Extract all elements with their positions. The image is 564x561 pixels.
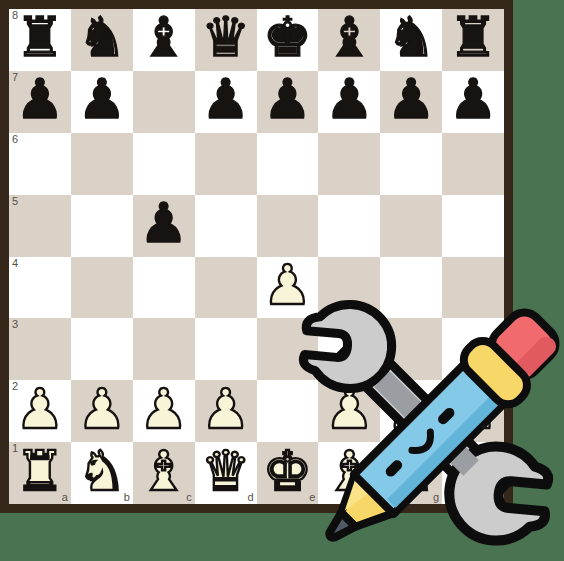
square-a5[interactable]: 5: [9, 195, 71, 257]
square-g7[interactable]: ♟: [380, 71, 442, 133]
black-bishop[interactable]: ♝: [139, 7, 188, 68]
square-b5[interactable]: [71, 195, 133, 257]
black-pawn[interactable]: ♟: [77, 69, 126, 130]
wrench-pencil-sticker: [278, 288, 564, 561]
wrench-open-end-top: [301, 301, 395, 392]
square-h8[interactable]: ♜: [442, 9, 504, 71]
square-g5[interactable]: [380, 195, 442, 257]
square-f5[interactable]: [318, 195, 380, 257]
square-d4[interactable]: [195, 257, 257, 319]
white-knight[interactable]: ♞: [77, 441, 126, 502]
rank-label: 3: [12, 319, 18, 330]
rank-label: 5: [12, 196, 18, 207]
square-d3[interactable]: [195, 318, 257, 380]
square-b1[interactable]: b♞: [71, 442, 133, 504]
square-c4[interactable]: [133, 257, 195, 319]
square-f7[interactable]: ♟: [318, 71, 380, 133]
square-b3[interactable]: [71, 318, 133, 380]
square-b6[interactable]: [71, 133, 133, 195]
square-c1[interactable]: c♝: [133, 442, 195, 504]
square-g6[interactable]: [380, 133, 442, 195]
black-pawn[interactable]: ♟: [15, 69, 64, 130]
square-g8[interactable]: ♞: [380, 9, 442, 71]
white-pawn[interactable]: ♟: [15, 379, 64, 440]
black-pawn[interactable]: ♟: [325, 69, 374, 130]
square-e5[interactable]: [257, 195, 319, 257]
square-b8[interactable]: ♞: [71, 9, 133, 71]
square-a6[interactable]: 6: [9, 133, 71, 195]
square-b4[interactable]: [71, 257, 133, 319]
square-a3[interactable]: 3: [9, 318, 71, 380]
black-knight[interactable]: ♞: [77, 7, 126, 68]
white-pawn[interactable]: ♟: [77, 379, 126, 440]
black-rook[interactable]: ♜: [448, 7, 497, 68]
square-f6[interactable]: [318, 133, 380, 195]
white-queen[interactable]: ♛: [201, 441, 250, 502]
black-bishop[interactable]: ♝: [325, 7, 374, 68]
square-f8[interactable]: ♝: [318, 9, 380, 71]
white-bishop[interactable]: ♝: [139, 441, 188, 502]
square-e8[interactable]: ♚: [257, 9, 319, 71]
black-pawn[interactable]: ♟: [139, 193, 188, 254]
square-c7[interactable]: [133, 71, 195, 133]
square-e6[interactable]: [257, 133, 319, 195]
square-a8[interactable]: 8♜: [9, 9, 71, 71]
black-pawn[interactable]: ♟: [263, 69, 312, 130]
rank-label: 4: [12, 258, 18, 269]
square-a4[interactable]: 4: [9, 257, 71, 319]
square-c8[interactable]: ♝: [133, 9, 195, 71]
pencil-graphite-tip: [324, 513, 356, 545]
square-h7[interactable]: ♟: [442, 71, 504, 133]
square-d5[interactable]: [195, 195, 257, 257]
white-rook[interactable]: ♜: [15, 441, 64, 502]
square-a2[interactable]: 2♟: [9, 380, 71, 442]
black-queen[interactable]: ♛: [201, 7, 250, 68]
square-d2[interactable]: ♟: [195, 380, 257, 442]
square-c2[interactable]: ♟: [133, 380, 195, 442]
square-d6[interactable]: [195, 133, 257, 195]
square-b2[interactable]: ♟: [71, 380, 133, 442]
square-c5[interactable]: ♟: [133, 195, 195, 257]
black-knight[interactable]: ♞: [387, 7, 436, 68]
square-h5[interactable]: [442, 195, 504, 257]
square-a7[interactable]: 7♟: [9, 71, 71, 133]
square-d7[interactable]: ♟: [195, 71, 257, 133]
black-pawn[interactable]: ♟: [448, 69, 497, 130]
square-c3[interactable]: [133, 318, 195, 380]
square-d8[interactable]: ♛: [195, 9, 257, 71]
square-e7[interactable]: ♟: [257, 71, 319, 133]
black-pawn[interactable]: ♟: [201, 69, 250, 130]
square-a1[interactable]: 1a♜: [9, 442, 71, 504]
white-pawn[interactable]: ♟: [139, 379, 188, 440]
square-b7[interactable]: ♟: [71, 71, 133, 133]
black-king[interactable]: ♚: [263, 7, 312, 68]
black-pawn[interactable]: ♟: [387, 69, 436, 130]
square-d1[interactable]: d♛: [195, 442, 257, 504]
white-pawn[interactable]: ♟: [201, 379, 250, 440]
square-c6[interactable]: [133, 133, 195, 195]
rank-label: 6: [12, 134, 18, 145]
black-rook[interactable]: ♜: [15, 7, 64, 68]
square-h6[interactable]: [442, 133, 504, 195]
page-background: { "game": "chess", "position": "rnbqkbnr…: [0, 0, 564, 561]
